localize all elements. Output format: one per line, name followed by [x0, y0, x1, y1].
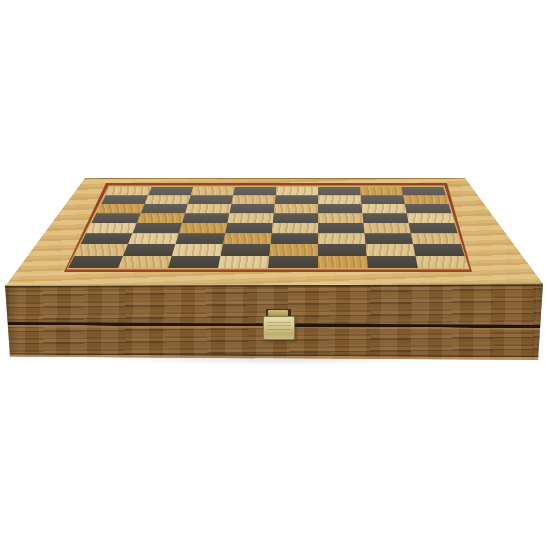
square-g1: [367, 256, 419, 269]
square-e5: [273, 213, 319, 223]
square-d4: [225, 223, 273, 234]
square-a8: [106, 187, 152, 196]
square-g6: [361, 204, 407, 214]
square-b5: [137, 213, 186, 223]
clasp-engraving: [267, 322, 291, 330]
square-e1: [268, 256, 318, 269]
square-g5: [362, 213, 409, 223]
square-f7: [318, 195, 362, 204]
square-b1: [118, 256, 172, 269]
square-c5: [182, 213, 230, 223]
drop-shadow: [16, 356, 532, 366]
square-d6: [229, 204, 275, 214]
square-c8: [191, 187, 236, 196]
square-f1: [318, 256, 368, 269]
square-c7: [188, 195, 234, 204]
square-e7: [275, 195, 319, 204]
square-b3: [128, 233, 179, 244]
square-d2: [221, 244, 271, 256]
square-e4: [272, 223, 319, 234]
square-e3: [271, 233, 319, 244]
square-h1: [415, 256, 468, 269]
square-h7: [403, 195, 449, 204]
square-g8: [360, 187, 404, 196]
square-a4: [86, 223, 137, 234]
square-b7: [145, 195, 191, 204]
square-f6: [318, 204, 363, 214]
square-f4: [318, 223, 365, 234]
square-h5: [407, 213, 455, 223]
square-d3: [223, 233, 272, 244]
chess-box-photo: [0, 0, 550, 550]
square-d5: [227, 213, 274, 223]
square-e2: [269, 244, 318, 256]
square-f3: [318, 233, 366, 244]
square-b4: [132, 223, 182, 234]
square-h4: [409, 223, 458, 234]
square-h6: [405, 204, 452, 214]
square-a5: [91, 213, 141, 223]
square-c1: [168, 256, 221, 269]
front-bevel-shadow: [5, 285, 543, 289]
square-a3: [80, 233, 132, 244]
square-e8: [276, 187, 319, 196]
square-g3: [364, 233, 413, 244]
square-f8: [318, 187, 361, 196]
square-g7: [361, 195, 406, 204]
square-c3: [175, 233, 225, 244]
square-d1: [218, 256, 270, 269]
square-b8: [148, 187, 193, 196]
square-a6: [96, 204, 145, 214]
square-b2: [123, 244, 176, 256]
square-c6: [185, 204, 232, 214]
square-b6: [141, 204, 189, 214]
square-h2: [413, 244, 464, 256]
square-h8: [401, 187, 446, 196]
square-h3: [411, 233, 461, 244]
square-e6: [274, 204, 319, 214]
square-c2: [172, 244, 223, 256]
square-a2: [74, 244, 128, 256]
square-d7: [231, 195, 276, 204]
square-a1: [68, 256, 123, 269]
square-g4: [363, 223, 411, 234]
square-a7: [101, 195, 148, 204]
square-g2: [366, 244, 416, 256]
square-f2: [318, 244, 367, 256]
chessboard: [0, 0, 550, 550]
square-c4: [179, 223, 228, 234]
brass-clasp: [263, 316, 295, 341]
square-d8: [233, 187, 277, 196]
square-f5: [318, 213, 364, 223]
